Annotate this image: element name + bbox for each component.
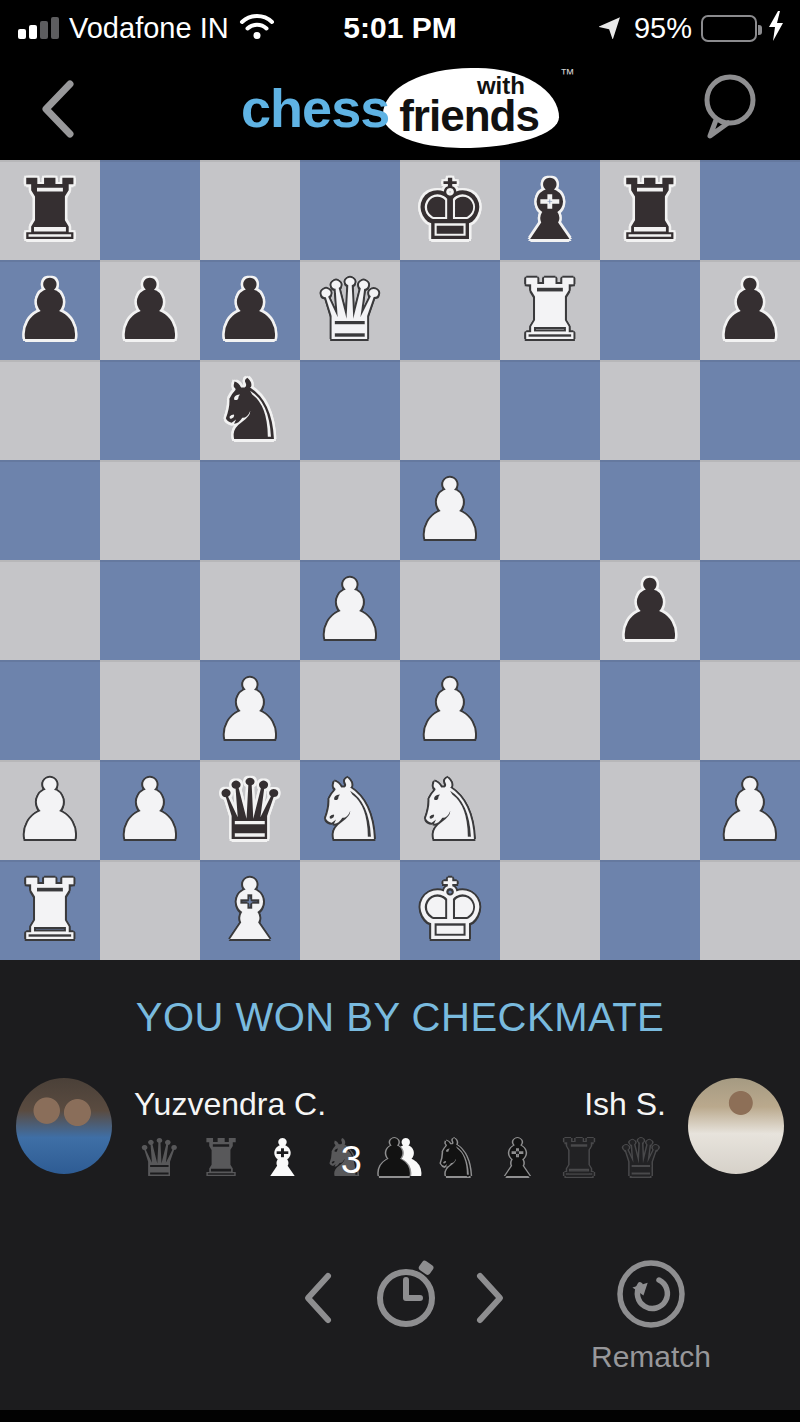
square-g3[interactable] [600, 660, 700, 760]
piece-black-rook: ♜ [612, 168, 687, 252]
game-controls: Rematch [0, 1248, 800, 1378]
piece-white-knight: ♞ [412, 768, 487, 852]
piece-black-queen: ♛ [212, 768, 287, 852]
square-c4[interactable] [200, 560, 300, 660]
square-e1[interactable]: ♚ [400, 860, 500, 960]
square-b7[interactable]: ♟ [100, 260, 200, 360]
square-h8[interactable] [700, 160, 800, 260]
square-b8[interactable] [100, 160, 200, 260]
square-a8[interactable]: ♜ [0, 160, 100, 260]
square-h4[interactable] [700, 560, 800, 660]
square-h2[interactable]: ♟ [700, 760, 800, 860]
piece-white-pawn: ♟ [412, 668, 487, 752]
square-g2[interactable] [600, 760, 700, 860]
bottom-edge [0, 1410, 800, 1422]
rematch-button[interactable] [612, 1252, 690, 1336]
piece-black-rook: ♜ [12, 168, 87, 252]
app-logo: chess with friends ™ [0, 56, 800, 160]
square-f7[interactable]: ♜ [500, 260, 600, 360]
captured-rook-slot: ♜ [556, 1132, 603, 1184]
captured-queen-slot: ♛ [617, 1132, 664, 1184]
right-player-name: Ish S. [584, 1086, 666, 1123]
square-a6[interactable] [0, 360, 100, 460]
square-f4[interactable] [500, 560, 600, 660]
square-f3[interactable] [500, 660, 600, 760]
piece-black-pawn: ♟ [112, 268, 187, 352]
right-player-avatar[interactable] [688, 1078, 784, 1174]
square-c3[interactable]: ♟ [200, 660, 300, 760]
square-e3[interactable]: ♟ [400, 660, 500, 760]
square-b5[interactable] [100, 460, 200, 560]
square-d3[interactable] [300, 660, 400, 760]
square-c5[interactable] [200, 460, 300, 560]
status-bar: Vodafone IN 5:01 PM 95% [0, 0, 800, 56]
previous-move-button[interactable] [300, 1270, 336, 1326]
piece-white-pawn: ♟ [412, 468, 487, 552]
piece-white-knight: ♞ [312, 768, 387, 852]
square-b1[interactable] [100, 860, 200, 960]
logo-friends-text: friends [399, 94, 539, 138]
square-e6[interactable] [400, 360, 500, 460]
captured-knight-captured: ♞ [433, 1132, 480, 1184]
square-a2[interactable]: ♟ [0, 760, 100, 860]
square-d6[interactable] [300, 360, 400, 460]
square-d2[interactable]: ♞ [300, 760, 400, 860]
square-e8[interactable]: ♚ [400, 160, 500, 260]
square-a4[interactable] [0, 560, 100, 660]
piece-white-pawn: ♟ [212, 668, 287, 752]
square-b6[interactable] [100, 360, 200, 460]
square-c2[interactable]: ♛ [200, 760, 300, 860]
square-h5[interactable] [700, 460, 800, 560]
piece-black-king: ♚ [412, 168, 487, 252]
chess-board: ♜♚♝♜♟♟♟♛♜♟♞♟♟♟♟♟♟♟♛♞♞♟♜♝♚ [0, 160, 800, 960]
piece-white-pawn: ♟ [12, 768, 87, 852]
square-h1[interactable] [700, 860, 800, 960]
battery-percent-label: 95% [634, 12, 692, 45]
square-f8[interactable]: ♝ [500, 160, 600, 260]
logo-trademark: ™ [560, 66, 575, 81]
square-d7[interactable]: ♛ [300, 260, 400, 360]
chat-button[interactable] [696, 72, 762, 142]
square-c7[interactable]: ♟ [200, 260, 300, 360]
rematch-label: Rematch [561, 1340, 741, 1374]
piece-black-pawn: ♟ [12, 268, 87, 352]
square-d1[interactable] [300, 860, 400, 960]
square-d5[interactable] [300, 460, 400, 560]
square-d8[interactable] [300, 160, 400, 260]
captured-pawn-captured: ♟ [371, 1132, 418, 1184]
square-d4[interactable]: ♟ [300, 560, 400, 660]
square-b3[interactable] [100, 660, 200, 760]
square-g7[interactable] [600, 260, 700, 360]
square-e7[interactable] [400, 260, 500, 360]
square-b2[interactable]: ♟ [100, 760, 200, 860]
square-h6[interactable] [700, 360, 800, 460]
location-arrow-icon [599, 13, 625, 43]
square-c6[interactable]: ♞ [200, 360, 300, 460]
move-timer-button[interactable] [368, 1254, 444, 1334]
piece-black-pawn: ♟ [612, 568, 687, 652]
result-banner: YOU WON BY CHECKMATE [0, 995, 800, 1040]
players-panel: Yuzvendra C. ♛♜♝♞♟ Ish S. 3♟♞♝♜♛ [0, 1072, 800, 1184]
piece-black-bishop: ♝ [512, 168, 587, 252]
piece-black-knight: ♞ [212, 368, 287, 452]
square-f2[interactable] [500, 760, 600, 860]
square-f1[interactable] [500, 860, 600, 960]
app-screen: Vodafone IN 5:01 PM 95% [0, 0, 800, 1422]
square-h7[interactable]: ♟ [700, 260, 800, 360]
square-a7[interactable]: ♟ [0, 260, 100, 360]
square-g8[interactable]: ♜ [600, 160, 700, 260]
square-h3[interactable] [700, 660, 800, 760]
square-e5[interactable]: ♟ [400, 460, 500, 560]
left-player-name: Yuzvendra C. [134, 1086, 326, 1123]
piece-white-rook: ♜ [12, 868, 87, 952]
right-captured-tray: 3♟♞♝♜♛ [341, 1128, 664, 1184]
next-move-button[interactable] [472, 1270, 508, 1326]
captured-count: 3 [341, 1139, 362, 1184]
square-e2[interactable]: ♞ [400, 760, 500, 860]
piece-white-queen: ♛ [312, 268, 387, 352]
square-a5[interactable] [0, 460, 100, 560]
captured-bishop-captured: ♝ [259, 1132, 306, 1184]
header-bar: chess with friends ™ [0, 56, 800, 160]
charging-bolt-icon [766, 11, 786, 45]
square-f6[interactable] [500, 360, 600, 460]
square-e4[interactable] [400, 560, 500, 660]
logo-bubble: with friends ™ [383, 68, 559, 148]
captured-queen-slot: ♛ [136, 1132, 183, 1184]
piece-white-pawn: ♟ [112, 768, 187, 852]
square-g1[interactable] [600, 860, 700, 960]
piece-black-pawn: ♟ [712, 268, 787, 352]
left-player-avatar[interactable] [16, 1078, 112, 1174]
square-a1[interactable]: ♜ [0, 860, 100, 960]
battery-icon [701, 15, 757, 42]
square-c8[interactable] [200, 160, 300, 260]
captured-bishop-captured: ♝ [494, 1132, 541, 1184]
piece-white-king: ♚ [412, 868, 487, 952]
square-f5[interactable] [500, 460, 600, 560]
logo-chess-text: chess [241, 77, 389, 139]
square-b4[interactable] [100, 560, 200, 660]
square-g6[interactable] [600, 360, 700, 460]
piece-white-pawn: ♟ [712, 768, 787, 852]
piece-white-rook: ♜ [512, 268, 587, 352]
square-a3[interactable] [0, 660, 100, 760]
piece-white-pawn: ♟ [312, 568, 387, 652]
square-g5[interactable] [600, 460, 700, 560]
captured-rook-slot: ♜ [198, 1132, 245, 1184]
piece-black-pawn: ♟ [212, 268, 287, 352]
square-c1[interactable]: ♝ [200, 860, 300, 960]
piece-white-bishop: ♝ [212, 868, 287, 952]
square-g4[interactable]: ♟ [600, 560, 700, 660]
